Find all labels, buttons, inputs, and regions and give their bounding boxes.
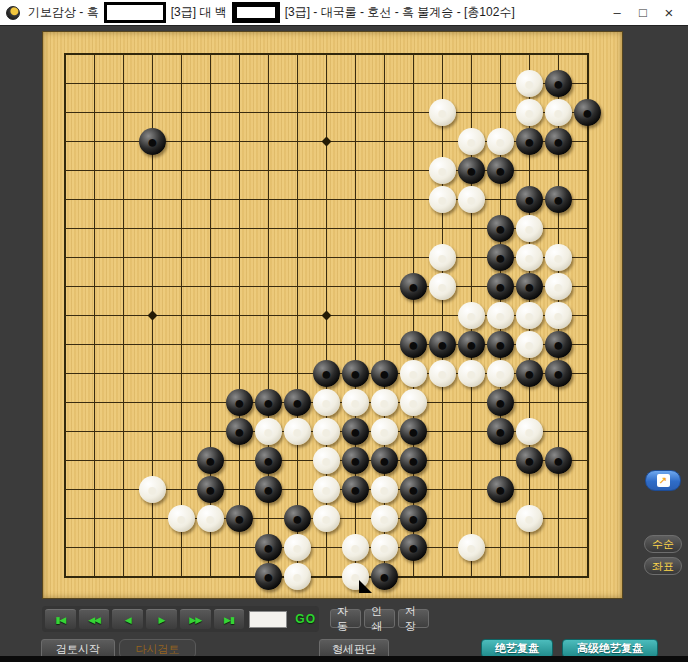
black-stone: ●	[400, 273, 427, 300]
board-intersection: ●	[544, 301, 573, 330]
title-text-prefix: 기보감상 - 흑	[28, 4, 99, 21]
black-stone: ●	[545, 331, 572, 358]
white-stone: ●	[516, 302, 543, 329]
white-stone: ●	[516, 244, 543, 271]
board-intersection: ●	[486, 301, 515, 330]
white-stone: ●	[458, 360, 485, 387]
rewind-button[interactable]: ◀◀	[79, 609, 110, 629]
go-button[interactable]: GO	[295, 612, 316, 626]
board-intersection: ●	[515, 359, 544, 388]
white-stone: ●	[516, 418, 543, 445]
board-intersection: ●	[399, 272, 428, 301]
redacted-white-player-name	[232, 2, 280, 23]
step-forward-button[interactable]: ▶	[146, 609, 177, 629]
black-stone: ●	[400, 505, 427, 532]
go-stone-icon	[6, 6, 20, 20]
board-intersection: ●	[457, 156, 486, 185]
white-stone: ●	[429, 360, 456, 387]
board-intersection: ●	[370, 446, 399, 475]
black-stone: ●	[516, 128, 543, 155]
board-intersection: ●	[399, 330, 428, 359]
white-stone: ●	[313, 505, 340, 532]
replay-navbar: ▮◀◀◀◀▶▶▶▶▮ GO	[42, 606, 319, 632]
white-stone: ●	[168, 505, 195, 532]
black-stone: ●	[139, 128, 166, 155]
board-intersection: ●	[544, 272, 573, 301]
board-intersection: ●	[312, 388, 341, 417]
white-stone: ●	[255, 418, 282, 445]
board-intersection: ●	[138, 127, 167, 156]
black-stone: ●	[284, 389, 311, 416]
black-stone: ●	[255, 447, 282, 474]
board-intersection: ●	[486, 417, 515, 446]
white-stone: ●	[516, 331, 543, 358]
black-stone: ●	[255, 476, 282, 503]
board-intersection: ●	[312, 417, 341, 446]
board-intersection: ●	[312, 359, 341, 388]
board-intersection: ●	[486, 156, 515, 185]
titlebar: 기보감상 - 흑 [3급] 대 백 [3급] - 대국룰 - 호선 - 흑 불계…	[0, 0, 688, 26]
board-intersection: ●	[515, 301, 544, 330]
black-stone: ●	[545, 70, 572, 97]
black-stone: ●	[197, 476, 224, 503]
white-stone: ●	[400, 389, 427, 416]
white-stone: ●	[371, 389, 398, 416]
black-stone: ●	[313, 360, 340, 387]
board-intersection: ●	[370, 562, 399, 591]
save-button[interactable]: 저장	[398, 609, 429, 628]
board-intersection: ●	[341, 417, 370, 446]
board-intersection: ●	[196, 504, 225, 533]
board-intersection: ●	[254, 562, 283, 591]
board-intersection: ●	[457, 301, 486, 330]
white-stone: ●	[284, 563, 311, 590]
board-intersection: ●	[544, 446, 573, 475]
board-intersection: ●	[428, 98, 457, 127]
white-stone: ●	[313, 476, 340, 503]
black-stone: ●	[371, 360, 398, 387]
board-intersection: ●	[341, 475, 370, 504]
board-intersection: ●	[457, 185, 486, 214]
board-intersection: ●	[428, 185, 457, 214]
black-stone: ●	[516, 186, 543, 213]
board-intersection: ●	[399, 388, 428, 417]
black-stone: ●	[429, 331, 456, 358]
white-stone: ●	[429, 157, 456, 184]
board-intersection: ●	[486, 475, 515, 504]
black-stone: ●	[284, 505, 311, 532]
maximize-button[interactable]: □	[630, 5, 656, 20]
board-intersection: ●	[544, 127, 573, 156]
board-intersection: ●	[370, 388, 399, 417]
board-intersection: ●	[399, 475, 428, 504]
board-intersection: ●	[544, 69, 573, 98]
black-stone: ●	[545, 447, 572, 474]
board-intersection: ●	[312, 475, 341, 504]
board-intersection: ●	[370, 417, 399, 446]
board-intersection: ●	[283, 562, 312, 591]
move-number-input[interactable]	[249, 611, 287, 628]
board-intersection: ●	[515, 504, 544, 533]
board-intersection: ●	[515, 330, 544, 359]
move-order-button[interactable]: 수순	[644, 535, 682, 553]
black-stone: ●	[487, 244, 514, 271]
board-intersection: ●	[515, 417, 544, 446]
board-intersection: ●	[544, 330, 573, 359]
black-stone: ●	[400, 534, 427, 561]
board-intersection: ●	[457, 127, 486, 156]
white-stone: ●	[342, 534, 369, 561]
print-button[interactable]: 인쇄	[364, 609, 395, 628]
board-intersection: ●	[515, 446, 544, 475]
white-stone: ●	[545, 99, 572, 126]
board-intersection: ●	[544, 98, 573, 127]
board-intersection: ●	[283, 417, 312, 446]
board-intersection: ●	[370, 475, 399, 504]
kifu-viewer-window: 기보감상 - 흑 [3급] 대 백 [3급] - 대국룰 - 호선 - 흑 불계…	[0, 0, 688, 662]
board-intersection: ●	[428, 359, 457, 388]
black-stone: ●	[516, 273, 543, 300]
black-stone: ●	[255, 534, 282, 561]
white-stone: ●	[371, 418, 398, 445]
black-stone: ●	[458, 157, 485, 184]
board-intersection: ●	[486, 127, 515, 156]
white-stone: ●	[139, 476, 166, 503]
black-stone: ●	[255, 563, 282, 590]
bottom-edge-strip	[0, 656, 688, 662]
white-stone: ●	[400, 360, 427, 387]
black-stone: ●	[342, 418, 369, 445]
white-stone: ●	[197, 505, 224, 532]
black-stone: ●	[197, 447, 224, 474]
black-stone: ●	[487, 157, 514, 184]
board-intersection: ●	[225, 504, 254, 533]
board-intersection: ●	[254, 475, 283, 504]
board-intersection: ●	[544, 185, 573, 214]
board-intersection: ●	[515, 214, 544, 243]
white-stone: ●	[313, 389, 340, 416]
board-intersection: ●	[486, 330, 515, 359]
white-stone: ●	[429, 244, 456, 271]
black-stone: ●	[400, 476, 427, 503]
board-intersection: ●	[341, 446, 370, 475]
coordinates-button[interactable]: 좌표	[644, 557, 682, 575]
white-stone: ●	[458, 128, 485, 155]
black-stone: ●	[255, 389, 282, 416]
white-stone: ●	[313, 447, 340, 474]
black-stone: ●	[516, 360, 543, 387]
white-stone: ●	[284, 534, 311, 561]
board-intersection: ●	[312, 446, 341, 475]
board-intersection: ●	[283, 504, 312, 533]
board-intersection: ●	[515, 98, 544, 127]
white-stone: ●	[516, 99, 543, 126]
board-intersection: ●	[399, 359, 428, 388]
black-stone: ●	[371, 563, 398, 590]
board-intersection: ●	[515, 69, 544, 98]
white-stone: ●	[487, 302, 514, 329]
board-intersection: ●	[428, 156, 457, 185]
board-intersection: ●	[283, 388, 312, 417]
black-stone: ●	[487, 418, 514, 445]
board-intersection: ●	[341, 359, 370, 388]
stones-grid: ●●●●●●●●●●●●●●●●●●●●●●●●●●●●●●●●●●●●●●●●…	[51, 40, 602, 591]
board-intersection: ●	[341, 388, 370, 417]
board-intersection: ●	[370, 504, 399, 533]
black-stone: ●	[545, 128, 572, 155]
board-intersection: ●	[515, 243, 544, 272]
black-stone: ●	[545, 186, 572, 213]
white-stone: ●	[487, 128, 514, 155]
board-intersection: ●	[486, 214, 515, 243]
minimize-button[interactable]: –	[604, 5, 630, 20]
black-stone: ●	[371, 447, 398, 474]
white-stone: ●	[516, 70, 543, 97]
black-stone: ●	[487, 476, 514, 503]
board-intersection: ●	[196, 446, 225, 475]
black-stone: ●	[458, 331, 485, 358]
black-stone: ●	[487, 273, 514, 300]
board-intersection: ●	[486, 272, 515, 301]
board-intersection: ●	[515, 127, 544, 156]
black-stone: ●	[342, 476, 369, 503]
white-stone: ●	[516, 505, 543, 532]
board-intersection: ●	[225, 388, 254, 417]
export-button[interactable]: ↗	[645, 470, 681, 491]
board-intersection: ●	[428, 330, 457, 359]
board-intersection: ●	[283, 533, 312, 562]
first-move-button[interactable]: ▮◀	[45, 609, 76, 629]
board-intersection: ●	[254, 388, 283, 417]
black-stone: ●	[400, 418, 427, 445]
close-button[interactable]: ×	[656, 4, 682, 21]
board-intersection: ●	[341, 533, 370, 562]
redacted-black-player-name	[104, 2, 166, 23]
fast-forward-button[interactable]: ▶▶	[180, 609, 211, 629]
board-intersection: ●	[196, 475, 225, 504]
board-intersection: ●	[457, 359, 486, 388]
white-stone: ●	[342, 389, 369, 416]
go-board[interactable]: ●●●●●●●●●●●●●●●●●●●●●●●●●●●●●●●●●●●●●●●●…	[42, 31, 623, 599]
board-intersection: ●	[486, 359, 515, 388]
white-stone: ●	[458, 534, 485, 561]
white-stone: ●	[487, 360, 514, 387]
board-intersection: ●	[370, 359, 399, 388]
board-intersection: ●	[399, 533, 428, 562]
white-stone: ●	[516, 215, 543, 242]
board-intersection: ●	[138, 475, 167, 504]
black-stone: ●	[226, 389, 253, 416]
white-stone: ●	[458, 186, 485, 213]
board-intersection: ●	[399, 446, 428, 475]
board-intersection: ●	[225, 417, 254, 446]
board-intersection: ●	[457, 330, 486, 359]
auto-button[interactable]: 자동	[330, 609, 361, 628]
black-stone: ●	[487, 331, 514, 358]
black-stone: ●	[574, 99, 601, 126]
white-stone: ●	[429, 273, 456, 300]
board-intersection: ●	[399, 417, 428, 446]
white-stone: ●	[313, 418, 340, 445]
last-move-button[interactable]: ▶▮	[214, 609, 245, 629]
white-stone: ●	[371, 534, 398, 561]
board-intersection: ●	[312, 504, 341, 533]
export-arrow-icon: ↗	[657, 474, 670, 487]
board-intersection: ●	[399, 504, 428, 533]
black-stone: ●	[487, 389, 514, 416]
black-stone: ●	[226, 418, 253, 445]
white-stone: ●	[458, 302, 485, 329]
board-intersection: ●	[254, 417, 283, 446]
black-stone: ●	[400, 447, 427, 474]
white-stone: ●	[429, 99, 456, 126]
board-intersection: ●	[254, 446, 283, 475]
black-stone: ●	[342, 447, 369, 474]
board-intersection: ●	[544, 359, 573, 388]
board-intersection: ●	[515, 185, 544, 214]
white-stone: ●	[371, 505, 398, 532]
white-stone: ●	[284, 418, 311, 445]
black-stone: ●	[487, 215, 514, 242]
white-stone: ●	[545, 244, 572, 271]
board-intersection: ●	[573, 98, 602, 127]
board-intersection: ●	[428, 243, 457, 272]
board-intersection: ●	[544, 243, 573, 272]
black-stone: ●	[516, 447, 543, 474]
black-stone: ●	[226, 505, 253, 532]
board-intersection: ●	[486, 388, 515, 417]
board-intersection: ●	[254, 533, 283, 562]
title-text-mid: [3급] 대 백	[171, 4, 227, 21]
black-stone: ●	[400, 331, 427, 358]
board-intersection: ●	[341, 562, 370, 591]
board-intersection: ●	[457, 533, 486, 562]
black-stone: ●	[545, 360, 572, 387]
board-intersection: ●	[370, 533, 399, 562]
white-stone: ●	[429, 186, 456, 213]
board-intersection: ●	[515, 272, 544, 301]
black-stone: ●	[342, 360, 369, 387]
board-intersection: ●	[428, 272, 457, 301]
white-stone: ●	[545, 302, 572, 329]
title-text-suffix: [3급] - 대국룰 - 호선 - 흑 불계승 - [총102수]	[285, 4, 515, 21]
white-stone: ●	[545, 273, 572, 300]
board-intersection: ●	[486, 243, 515, 272]
board-intersection: ●	[167, 504, 196, 533]
white-stone: ●	[371, 476, 398, 503]
step-back-button[interactable]: ◀	[112, 609, 143, 629]
